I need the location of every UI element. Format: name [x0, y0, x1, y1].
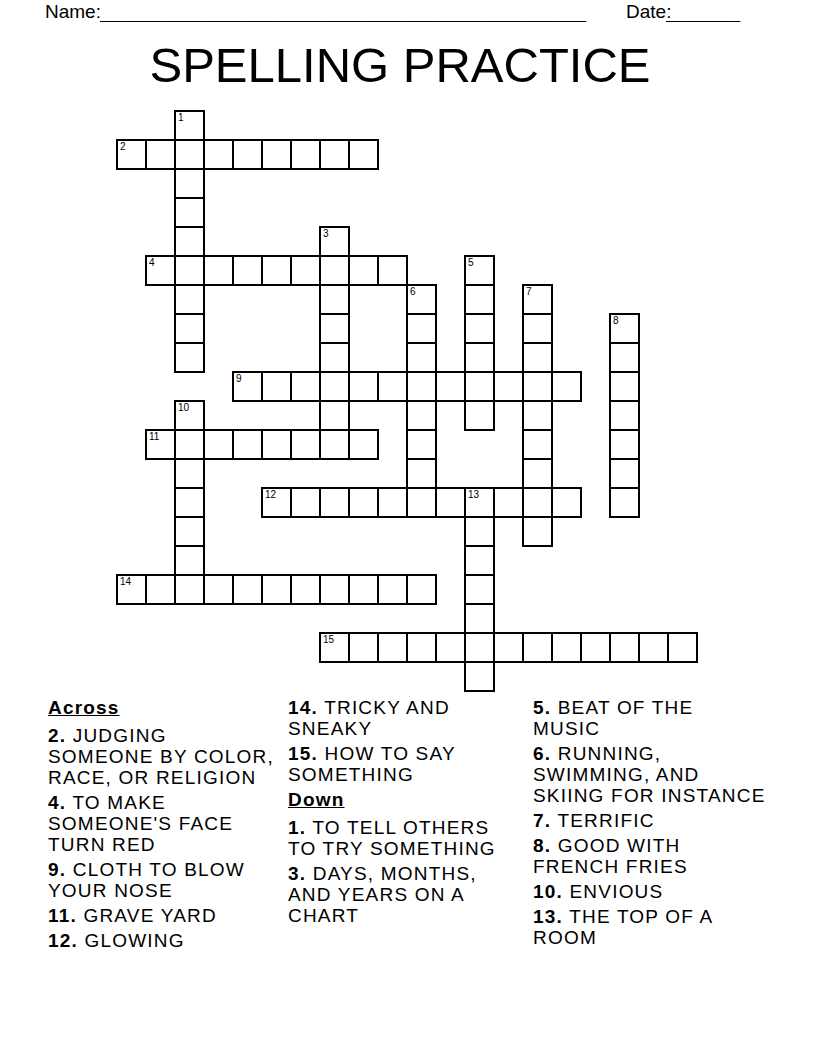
clue-across-4: 4. TO MAKESOMEONE'S FACETURN RED [48, 792, 285, 855]
grid-cell-r19c12[interactable] [464, 661, 495, 692]
cell-number-13: 13 [468, 490, 479, 500]
grid-cell-r12c17[interactable] [609, 458, 640, 489]
grid-cell-r18c12[interactable] [464, 632, 495, 663]
clue-number-6: 6. [533, 743, 551, 764]
clues-section: Across2. JUDGINGSOMEONE BY COLOR,RACE, O… [0, 0, 816, 360]
grid-cell-r11c7[interactable] [319, 429, 350, 460]
grid-cell-r18c13[interactable] [493, 632, 524, 663]
clue-number-9: 9. [48, 859, 66, 880]
grid-cell-r11c14[interactable] [522, 429, 553, 460]
grid-cell-r16c4[interactable] [232, 574, 263, 605]
clue-number-3: 3. [288, 863, 306, 884]
grid-cell-r10c12[interactable] [464, 400, 495, 431]
grid-cell-r9c17[interactable] [609, 371, 640, 402]
grid-cell-r13c14[interactable] [522, 487, 553, 518]
grid-cell-r12c14[interactable] [522, 458, 553, 489]
grid-cell-r18c14[interactable] [522, 632, 553, 663]
grid-cell-r11c5[interactable] [261, 429, 292, 460]
grid-cell-r9c11[interactable] [435, 371, 466, 402]
grid-cell-r13c11[interactable] [435, 487, 466, 518]
grid-cell-r9c8[interactable] [348, 371, 379, 402]
clue-number-8: 8. [533, 835, 551, 856]
clue-number-12: 12. [48, 930, 78, 951]
grid-cell-r9c12[interactable] [464, 371, 495, 402]
grid-cell-r12c10[interactable] [406, 458, 437, 489]
cell-number-10: 10 [178, 403, 189, 413]
clue-number-15: 15. [288, 743, 318, 764]
clue-number-1: 1. [288, 817, 306, 838]
cell-number-4: 4 [149, 258, 155, 268]
grid-cell-r18c19[interactable] [667, 632, 698, 663]
grid-cell-r13c2[interactable] [174, 487, 205, 518]
clue-number-14: 14. [288, 697, 318, 718]
cell-number-9: 9 [236, 374, 242, 384]
grid-cell-r13c7[interactable] [319, 487, 350, 518]
cell-number-1: 1 [178, 113, 184, 123]
cell-number-12: 12 [265, 490, 276, 500]
cell-number-3: 3 [323, 229, 329, 239]
grid-cell-r13c13[interactable] [493, 487, 524, 518]
clue-across-11: 11. GRAVE YARD [48, 905, 285, 926]
clue-across-9: 9. CLOTH TO BLOWYOUR NOSE [48, 859, 285, 901]
grid-cell-r18c16[interactable] [580, 632, 611, 663]
cell-number-7: 7 [526, 287, 532, 297]
grid-cell-r9c7[interactable] [319, 371, 350, 402]
clue-across-12: 12. GLOWING [48, 930, 285, 951]
grid-cell-r11c8[interactable] [348, 429, 379, 460]
grid-cell-r18c10[interactable] [406, 632, 437, 663]
grid-cell-r14c2[interactable] [174, 516, 205, 547]
grid-cell-r13c9[interactable] [377, 487, 408, 518]
grid-cell-r16c6[interactable] [290, 574, 321, 605]
grid-cell-r17c12[interactable] [464, 603, 495, 634]
clue-down-6: 6. RUNNING,SWIMMING, ANDSKIING FOR INSTA… [533, 743, 773, 806]
cell-number-11: 11 [149, 432, 159, 442]
grid-cell-r9c10[interactable] [406, 371, 437, 402]
grid-cell-r14c14[interactable] [522, 516, 553, 547]
grid-cell-r11c2[interactable] [174, 429, 205, 460]
clue-number-11: 11. [48, 905, 77, 926]
cell-number-6: 6 [410, 287, 416, 297]
grid-cell-r14c12[interactable] [464, 516, 495, 547]
clue-number-10: 10. [533, 881, 563, 902]
grid-cell-r11c10[interactable] [406, 429, 437, 460]
grid-cell-r13c17[interactable] [609, 487, 640, 518]
grid-cell-r16c8[interactable] [348, 574, 379, 605]
clue-number-2: 2. [48, 725, 66, 746]
grid-cell-r10c7[interactable] [319, 400, 350, 431]
grid-cell-r13c8[interactable] [348, 487, 379, 518]
grid-cell-r9c6[interactable] [290, 371, 321, 402]
grid-cell-r18c11[interactable] [435, 632, 466, 663]
down-heading: Down [288, 789, 508, 810]
clue-down-13: 13. THE TOP OF AROOM [533, 906, 773, 948]
clue-number-5: 5. [533, 697, 551, 718]
grid-cell-r15c12[interactable] [464, 545, 495, 576]
clue-column-2: 14. TRICKY ANDSNEAKY15. HOW TO SAYSOMETH… [288, 697, 508, 930]
clue-column-3: 5. BEAT OF THEMUSIC6. RUNNING,SWIMMING, … [533, 697, 773, 952]
grid-cell-r11c6[interactable] [290, 429, 321, 460]
clue-down-3: 3. DAYS, MONTHS,AND YEARS ON ACHART [288, 863, 508, 926]
cell-number-8: 8 [613, 316, 619, 326]
grid-cell-r16c2[interactable] [174, 574, 205, 605]
clue-across-2: 2. JUDGINGSOMEONE BY COLOR,RACE, OR RELI… [48, 725, 285, 788]
grid-cell-r18c17[interactable] [609, 632, 640, 663]
grid-cell-r13c15[interactable] [551, 487, 582, 518]
clue-across-15: 15. HOW TO SAYSOMETHING [288, 743, 508, 785]
clue-down-8: 8. GOOD WITHFRENCH FRIES [533, 835, 773, 877]
grid-cell-r9c5[interactable] [261, 371, 292, 402]
grid-cell-r13c10[interactable] [406, 487, 437, 518]
grid-cell-r16c5[interactable] [261, 574, 292, 605]
grid-cell-r9c13[interactable] [493, 371, 524, 402]
grid-cell-r10c14[interactable] [522, 400, 553, 431]
grid-cell-r18c18[interactable] [638, 632, 669, 663]
clue-down-1: 1. TO TELL OTHERSTO TRY SOMETHING [288, 817, 508, 859]
grid-cell-r16c12[interactable] [464, 574, 495, 605]
clue-column-1: Across2. JUDGINGSOMEONE BY COLOR,RACE, O… [48, 697, 285, 955]
clue-down-7: 7. TERRIFIC [533, 810, 773, 831]
grid-cell-r9c14[interactable] [522, 371, 553, 402]
grid-cell-r15c2[interactable] [174, 545, 205, 576]
grid-cell-r16c1[interactable] [145, 574, 176, 605]
cell-number-5: 5 [468, 258, 474, 268]
across-heading: Across [48, 697, 285, 718]
grid-cell-r10c17[interactable] [609, 400, 640, 431]
clue-down-5: 5. BEAT OF THEMUSIC [533, 697, 773, 739]
clue-number-4: 4. [48, 792, 66, 813]
grid-cell-r11c17[interactable] [609, 429, 640, 460]
grid-cell-r12c2[interactable] [174, 458, 205, 489]
grid-cell-r16c7[interactable] [319, 574, 350, 605]
cell-number-2: 2 [120, 142, 126, 152]
cell-number-15: 15 [323, 635, 334, 645]
grid-cell-r10c10[interactable] [406, 400, 437, 431]
grid-cell-r18c8[interactable] [348, 632, 379, 663]
grid-cell-r9c15[interactable] [551, 371, 582, 402]
grid-cell-r18c9[interactable] [377, 632, 408, 663]
grid-cell-r11c3[interactable] [203, 429, 234, 460]
clue-number-7: 7. [533, 810, 551, 831]
grid-cell-r16c9[interactable] [377, 574, 408, 605]
grid-cell-r16c3[interactable] [203, 574, 234, 605]
grid-cell-r11c4[interactable] [232, 429, 263, 460]
clue-across-14: 14. TRICKY ANDSNEAKY [288, 697, 508, 739]
clue-down-10: 10. ENVIOUS [533, 881, 773, 902]
worksheet-page: Name: __________________________________… [0, 0, 816, 1056]
grid-cell-r16c10[interactable] [406, 574, 437, 605]
grid-cell-r13c6[interactable] [290, 487, 321, 518]
grid-cell-r18c15[interactable] [551, 632, 582, 663]
cell-number-14: 14 [120, 577, 131, 587]
clue-number-13: 13. [533, 906, 563, 927]
grid-cell-r9c9[interactable] [377, 371, 408, 402]
